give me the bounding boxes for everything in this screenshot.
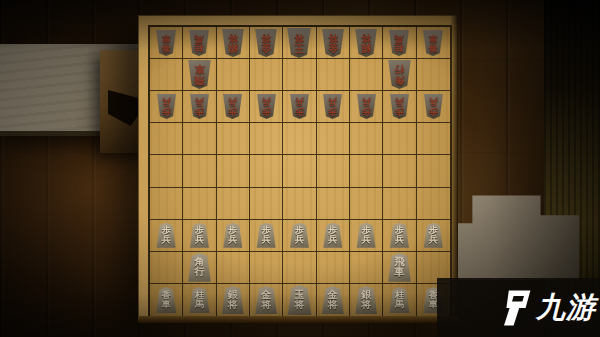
- koma-kanji-label: 香車: [162, 291, 171, 309]
- koma-kanji-label: 歩兵: [362, 226, 371, 244]
- koma-kanji-label: 歩兵: [262, 226, 271, 244]
- board-cell[interactable]: 歩兵: [350, 91, 383, 123]
- koma-gote-silver[interactable]: 銀将: [221, 29, 245, 57]
- koma-kanji-label: 歩兵: [162, 98, 171, 116]
- board-cell[interactable]: 飛車: [183, 59, 216, 91]
- board-cell[interactable]: [250, 59, 283, 91]
- board-cell[interactable]: 歩兵: [417, 220, 450, 252]
- shogi-board: 香車桂馬銀将金将王将金将銀将桂馬香車飛車角行歩兵歩兵歩兵歩兵歩兵歩兵歩兵歩兵歩兵…: [138, 15, 458, 323]
- koma-sente-bishop[interactable]: 角行: [187, 253, 212, 282]
- board-cell[interactable]: [150, 155, 183, 187]
- koma-kanji-label: 香車: [162, 33, 171, 51]
- board-cell[interactable]: 歩兵: [417, 91, 450, 123]
- board-cell[interactable]: 金将: [317, 284, 350, 316]
- board-cell[interactable]: 銀将: [217, 27, 250, 59]
- koma-kanji-label: 角行: [394, 64, 404, 84]
- koma-kanji-label: 歩兵: [295, 98, 304, 116]
- koma-sente-knight[interactable]: 桂馬: [388, 287, 410, 313]
- koma-kanji-label: 歩兵: [195, 98, 204, 116]
- board-cell[interactable]: [317, 252, 350, 284]
- board-cell[interactable]: 銀将: [217, 284, 250, 316]
- koma-sente-king[interactable]: 玉将: [286, 285, 312, 315]
- board-cell[interactable]: [217, 188, 250, 220]
- koma-sente-pawn[interactable]: 歩兵: [322, 223, 343, 248]
- board-cell[interactable]: 王将: [283, 27, 316, 59]
- koma-gote-pawn[interactable]: 歩兵: [389, 94, 410, 119]
- board-cell[interactable]: 銀将: [350, 284, 383, 316]
- koma-kanji-label: 桂馬: [395, 291, 404, 309]
- koma-gote-gold[interactable]: 金将: [321, 29, 345, 57]
- board-cell[interactable]: 歩兵: [150, 91, 183, 123]
- board-cell[interactable]: 金将: [317, 27, 350, 59]
- koma-kanji-label: 王将: [294, 32, 304, 52]
- board-cell[interactable]: 歩兵: [317, 220, 350, 252]
- koma-kanji-label: 玉将: [294, 290, 304, 310]
- koma-gote-lance[interactable]: 香車: [422, 30, 444, 56]
- koma-kanji-label: 歩兵: [162, 226, 171, 244]
- koma-kanji-label: 歩兵: [395, 226, 404, 244]
- koma-gote-pawn[interactable]: 歩兵: [322, 94, 343, 119]
- board-cell[interactable]: 香車: [150, 27, 183, 59]
- koma-sente-pawn[interactable]: 歩兵: [356, 223, 377, 248]
- koma-gote-king[interactable]: 王将: [286, 28, 312, 58]
- board-cell[interactable]: 歩兵: [150, 220, 183, 252]
- koma-gote-rook[interactable]: 飛車: [187, 60, 212, 89]
- koma-kanji-label: 歩兵: [395, 98, 404, 116]
- board-cell[interactable]: [283, 188, 316, 220]
- koma-kanji-label: 金将: [328, 32, 338, 52]
- watermark-brand-text: 九游: [536, 293, 596, 322]
- board-cell[interactable]: [317, 155, 350, 187]
- board-cell[interactable]: [183, 155, 216, 187]
- board-grid: 香車桂馬銀将金将王将金将銀将桂馬香車飛車角行歩兵歩兵歩兵歩兵歩兵歩兵歩兵歩兵歩兵…: [148, 25, 452, 318]
- board-cell[interactable]: [283, 123, 316, 155]
- board-cell[interactable]: [350, 123, 383, 155]
- board-cell[interactable]: 桂馬: [383, 284, 416, 316]
- board-cell[interactable]: [317, 188, 350, 220]
- board-cell[interactable]: 歩兵: [250, 91, 283, 123]
- board-cell[interactable]: [150, 59, 183, 91]
- board-cell[interactable]: [317, 59, 350, 91]
- koma-gote-knight[interactable]: 桂馬: [188, 30, 210, 56]
- board-cell[interactable]: 玉将: [283, 284, 316, 316]
- koma-sente-pawn[interactable]: 歩兵: [423, 223, 444, 248]
- board-cell[interactable]: 桂馬: [383, 27, 416, 59]
- koma-gote-pawn[interactable]: 歩兵: [222, 94, 243, 119]
- board-cell[interactable]: [250, 155, 283, 187]
- koma-kanji-label: 歩兵: [328, 98, 337, 116]
- board-cell[interactable]: 桂馬: [183, 284, 216, 316]
- board-cell[interactable]: [350, 188, 383, 220]
- koma-sente-pawn[interactable]: 歩兵: [156, 223, 177, 248]
- koma-kanji-label: 桂馬: [395, 33, 404, 51]
- koma-kanji-label: 金将: [328, 290, 338, 310]
- board-cell[interactable]: 銀将: [350, 27, 383, 59]
- board-cell[interactable]: 歩兵: [283, 220, 316, 252]
- board-cell[interactable]: [217, 59, 250, 91]
- board-cell[interactable]: 金将: [250, 284, 283, 316]
- koma-kanji-label: 歩兵: [295, 226, 304, 244]
- board-cell[interactable]: [350, 59, 383, 91]
- board-cell[interactable]: 歩兵: [350, 220, 383, 252]
- koma-kanji-label: 歩兵: [228, 98, 237, 116]
- board-cell[interactable]: 歩兵: [383, 91, 416, 123]
- koma-kanji-label: 歩兵: [429, 98, 438, 116]
- koma-gote-lance[interactable]: 香車: [155, 30, 177, 56]
- koma-kanji-label: 歩兵: [362, 98, 371, 116]
- koma-sente-pawn[interactable]: 歩兵: [222, 223, 243, 248]
- koma-kanji-label: 飛車: [194, 64, 204, 84]
- board-cell[interactable]: [417, 123, 450, 155]
- board-cell[interactable]: [250, 123, 283, 155]
- koma-gote-pawn[interactable]: 歩兵: [289, 94, 310, 119]
- koma-kanji-label: 歩兵: [429, 226, 438, 244]
- board-cell[interactable]: [250, 188, 283, 220]
- koma-gote-silver[interactable]: 銀将: [354, 29, 378, 57]
- koma-sente-pawn[interactable]: 歩兵: [189, 223, 210, 248]
- watermark-banner: 九游: [437, 278, 600, 337]
- koma-kanji-label: 銀将: [228, 290, 238, 310]
- board-cell[interactable]: [217, 123, 250, 155]
- board-cell[interactable]: 歩兵: [250, 220, 283, 252]
- board-cell[interactable]: 歩兵: [383, 220, 416, 252]
- koma-sente-knight[interactable]: 桂馬: [188, 287, 210, 313]
- koma-kanji-label: 香車: [429, 33, 438, 51]
- board-cell[interactable]: [183, 188, 216, 220]
- board-cell[interactable]: [150, 123, 183, 155]
- board-cell[interactable]: [283, 252, 316, 284]
- koma-sente-rook[interactable]: 飛車: [387, 253, 412, 282]
- koma-gote-pawn[interactable]: 歩兵: [423, 94, 444, 119]
- board-cell[interactable]: 金将: [250, 27, 283, 59]
- board-cell[interactable]: [383, 155, 416, 187]
- board-cell[interactable]: [283, 59, 316, 91]
- koma-kanji-label: 桂馬: [195, 291, 204, 309]
- board-cell[interactable]: [383, 188, 416, 220]
- koma-gote-knight[interactable]: 桂馬: [388, 30, 410, 56]
- board-cell[interactable]: 歩兵: [217, 91, 250, 123]
- koma-kanji-label: 歩兵: [195, 226, 204, 244]
- koma-gote-pawn[interactable]: 歩兵: [256, 94, 277, 119]
- board-cell[interactable]: 飛車: [383, 252, 416, 284]
- board-cell[interactable]: [383, 123, 416, 155]
- board-cell[interactable]: [183, 123, 216, 155]
- koma-sente-silver[interactable]: 銀将: [221, 286, 245, 314]
- shogi-game-scene: 香車桂馬銀将金将王将金将銀将桂馬香車飛車角行歩兵歩兵歩兵歩兵歩兵歩兵歩兵歩兵歩兵…: [0, 0, 600, 337]
- koma-sente-gold[interactable]: 金将: [254, 286, 278, 314]
- koma-kanji-label: 銀将: [361, 290, 371, 310]
- board-cell[interactable]: 歩兵: [317, 91, 350, 123]
- board-cell[interactable]: [417, 155, 450, 187]
- board-cell[interactable]: [250, 252, 283, 284]
- board-cell[interactable]: 歩兵: [183, 91, 216, 123]
- koma-gote-pawn[interactable]: 歩兵: [356, 94, 377, 119]
- koma-sente-pawn[interactable]: 歩兵: [389, 223, 410, 248]
- koma-kanji-label: 角行: [194, 257, 204, 277]
- koma-sente-lance[interactable]: 香車: [155, 287, 177, 313]
- board-cell[interactable]: [217, 155, 250, 187]
- koma-gote-gold[interactable]: 金将: [254, 29, 278, 57]
- koma-kanji-label: 金将: [261, 290, 271, 310]
- koma-kanji-label: 歩兵: [262, 98, 271, 116]
- board-cell[interactable]: 歩兵: [217, 220, 250, 252]
- board-cell[interactable]: [350, 252, 383, 284]
- board-cell[interactable]: 桂馬: [183, 27, 216, 59]
- board-cell[interactable]: [283, 155, 316, 187]
- koma-sente-gold[interactable]: 金将: [321, 286, 345, 314]
- koma-gote-bishop[interactable]: 角行: [387, 60, 412, 89]
- board-cell[interactable]: [417, 188, 450, 220]
- board-cell[interactable]: [317, 123, 350, 155]
- koma-sente-silver[interactable]: 銀将: [354, 286, 378, 314]
- koma-kanji-label: 銀将: [228, 32, 238, 52]
- koma-kanji-label: 銀将: [361, 32, 371, 52]
- board-cell[interactable]: [150, 188, 183, 220]
- koma-gote-pawn[interactable]: 歩兵: [156, 94, 177, 119]
- board-cell[interactable]: 角行: [183, 252, 216, 284]
- board-cell[interactable]: [150, 252, 183, 284]
- koma-kanji-label: 歩兵: [228, 226, 237, 244]
- board-cell[interactable]: [417, 59, 450, 91]
- board-cell[interactable]: 角行: [383, 59, 416, 91]
- board-cell[interactable]: 歩兵: [183, 220, 216, 252]
- jiuyou-9-logo-icon: [500, 288, 532, 328]
- board-cell[interactable]: [217, 252, 250, 284]
- koma-kanji-label: 歩兵: [328, 226, 337, 244]
- koma-sente-pawn[interactable]: 歩兵: [256, 223, 277, 248]
- board-cell[interactable]: 香車: [417, 27, 450, 59]
- koma-gote-pawn[interactable]: 歩兵: [189, 94, 210, 119]
- board-cell[interactable]: 歩兵: [283, 91, 316, 123]
- board-cell[interactable]: [350, 155, 383, 187]
- koma-kanji-label: 桂馬: [195, 33, 204, 51]
- koma-kanji-label: 金将: [261, 32, 271, 52]
- board-cell[interactable]: 香車: [150, 284, 183, 316]
- koma-sente-pawn[interactable]: 歩兵: [289, 223, 310, 248]
- koma-kanji-label: 飛車: [394, 257, 404, 277]
